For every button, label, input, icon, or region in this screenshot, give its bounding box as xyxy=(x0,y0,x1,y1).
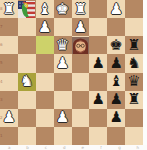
square-b2[interactable] xyxy=(18,109,36,127)
square-f1[interactable] xyxy=(89,127,107,145)
file-label-e: e xyxy=(74,145,92,150)
white-pawn[interactable]: ♟ xyxy=(56,55,69,70)
square-g1[interactable] xyxy=(107,127,125,145)
white-pawn[interactable]: ♟ xyxy=(2,110,15,125)
square-c2[interactable] xyxy=(36,109,54,127)
square-g5[interactable]: ♟ xyxy=(107,54,125,72)
white-pawn[interactable]: ♟ xyxy=(38,19,51,34)
square-b1[interactable] xyxy=(18,127,36,145)
white-queen[interactable]: ♛ xyxy=(56,37,69,52)
square-d4[interactable] xyxy=(54,73,72,91)
file-label-d: d xyxy=(55,145,73,150)
black-pawn[interactable]: ♟ xyxy=(109,92,122,107)
square-g4[interactable]: ♝ xyxy=(107,73,125,91)
square-h3[interactable]: ♜ xyxy=(125,91,143,109)
square-f3[interactable]: ♟ xyxy=(89,91,107,109)
black-bishop[interactable]: ♝ xyxy=(109,74,122,89)
square-d7[interactable] xyxy=(54,18,72,36)
file-label-h: h xyxy=(129,145,147,150)
black-pawn[interactable]: ♟ xyxy=(92,92,105,107)
black-pawn[interactable]: ♟ xyxy=(92,55,105,70)
file-label-a: a xyxy=(0,145,18,150)
square-b5[interactable] xyxy=(18,54,36,72)
rank-label-4: 4 xyxy=(0,73,3,91)
rank-label-8: 8 xyxy=(0,0,3,18)
square-d1[interactable] xyxy=(54,127,72,145)
square-c6[interactable] xyxy=(36,36,54,54)
square-g3[interactable]: ♟ xyxy=(107,91,125,109)
square-f8[interactable] xyxy=(89,0,107,18)
square-b7[interactable] xyxy=(18,18,36,36)
rank-label-7: 7 xyxy=(0,18,3,36)
square-e8[interactable]: ♜ xyxy=(72,0,90,18)
square-e4[interactable] xyxy=(72,73,90,91)
square-c1[interactable] xyxy=(36,127,54,145)
square-f7[interactable] xyxy=(89,18,107,36)
square-c3[interactable] xyxy=(36,91,54,109)
square-c4[interactable] xyxy=(36,73,54,91)
square-f6[interactable] xyxy=(89,36,107,54)
board-right-margin xyxy=(143,0,147,145)
square-h1[interactable] xyxy=(125,127,143,145)
black-pawn[interactable]: ♟ xyxy=(109,55,122,70)
square-h5[interactable]: ♞ xyxy=(125,54,143,72)
square-c7[interactable]: ♟ xyxy=(36,18,54,36)
parrot-avatar[interactable] xyxy=(18,1,35,18)
square-c8[interactable]: ♝ xyxy=(36,0,54,18)
rank-label-6: 6 xyxy=(0,36,3,54)
chess-board: ♜ ♝♚♜♟♟♟♛ ♚♜♟♟♟♞♞♝♛♟♟♜♟♟♟ xyxy=(0,0,143,145)
black-knight[interactable]: ♞ xyxy=(127,55,140,70)
rank-label-3: 3 xyxy=(0,91,3,109)
file-coordinates: abcdefgh xyxy=(0,145,147,150)
square-e2[interactable] xyxy=(72,109,90,127)
black-pawn[interactable]: ♟ xyxy=(109,110,122,125)
square-e1[interactable] xyxy=(72,127,90,145)
square-h8[interactable] xyxy=(125,0,143,18)
square-h6[interactable]: ♜ xyxy=(125,36,143,54)
square-h4[interactable]: ♛ xyxy=(125,73,143,91)
rank-label-5: 5 xyxy=(0,54,3,72)
square-b3[interactable] xyxy=(18,91,36,109)
square-b4[interactable]: ♞ xyxy=(18,73,36,91)
square-e6[interactable] xyxy=(72,36,90,54)
square-c5[interactable] xyxy=(36,54,54,72)
file-label-g: g xyxy=(110,145,128,150)
white-knight[interactable]: ♞ xyxy=(20,74,33,89)
square-h2[interactable] xyxy=(125,109,143,127)
square-b6[interactable] xyxy=(18,36,36,54)
square-d2[interactable]: ♟ xyxy=(54,109,72,127)
black-rook[interactable]: ♜ xyxy=(127,37,140,52)
square-g2[interactable]: ♟ xyxy=(107,109,125,127)
white-pawn[interactable]: ♟ xyxy=(109,1,122,16)
rank-coordinates: 87654321 xyxy=(0,0,3,145)
white-rook[interactable]: ♜ xyxy=(2,1,15,16)
square-g8[interactable]: ♟ xyxy=(107,0,125,18)
square-f2[interactable] xyxy=(89,109,107,127)
white-pawn[interactable]: ♟ xyxy=(56,110,69,125)
square-d3[interactable] xyxy=(54,91,72,109)
square-d5[interactable]: ♟ xyxy=(54,54,72,72)
square-d6[interactable]: ♛ xyxy=(54,36,72,54)
square-b8[interactable] xyxy=(18,0,36,18)
square-d8[interactable]: ♚ xyxy=(54,0,72,18)
file-label-f: f xyxy=(92,145,110,150)
white-bishop[interactable]: ♝ xyxy=(38,1,51,16)
rank-label-2: 2 xyxy=(0,109,3,127)
face-avatar[interactable] xyxy=(72,37,89,54)
square-f5[interactable]: ♟ xyxy=(89,54,107,72)
file-label-c: c xyxy=(37,145,55,150)
square-e3[interactable] xyxy=(72,91,90,109)
white-rook[interactable]: ♜ xyxy=(74,1,87,16)
square-h7[interactable] xyxy=(125,18,143,36)
black-queen[interactable]: ♛ xyxy=(127,74,140,89)
square-g6[interactable]: ♚ xyxy=(107,36,125,54)
white-king[interactable]: ♚ xyxy=(56,1,69,16)
black-king[interactable]: ♚ xyxy=(109,37,122,52)
rank-label-1: 1 xyxy=(0,127,3,145)
black-rook[interactable]: ♜ xyxy=(127,92,140,107)
square-f4[interactable] xyxy=(89,73,107,91)
square-e7[interactable]: ♟ xyxy=(72,18,90,36)
square-g7[interactable] xyxy=(107,18,125,36)
square-e5[interactable] xyxy=(72,54,90,72)
file-label-b: b xyxy=(18,145,36,150)
chess-board-screenshot: ♜ ♝♚♜♟♟♟♛ ♚♜♟♟♟♞♞♝♛♟♟♜♟♟♟ abcdefgh 87654… xyxy=(0,0,147,150)
white-pawn[interactable]: ♟ xyxy=(74,19,87,34)
